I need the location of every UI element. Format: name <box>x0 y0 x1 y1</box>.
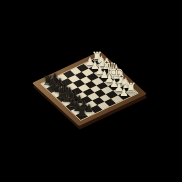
white-pawn[interactable]: ♟ <box>119 87 128 98</box>
black-rook[interactable]: ♜ <box>76 104 88 117</box>
chess-photo-stage: ♜♞♝♛♚♝♞♜♟♟♟♟♟♟♟♟♟♟♟♟♟♟♟♟♜♞♝♛♚♝♞♜ <box>0 0 182 182</box>
